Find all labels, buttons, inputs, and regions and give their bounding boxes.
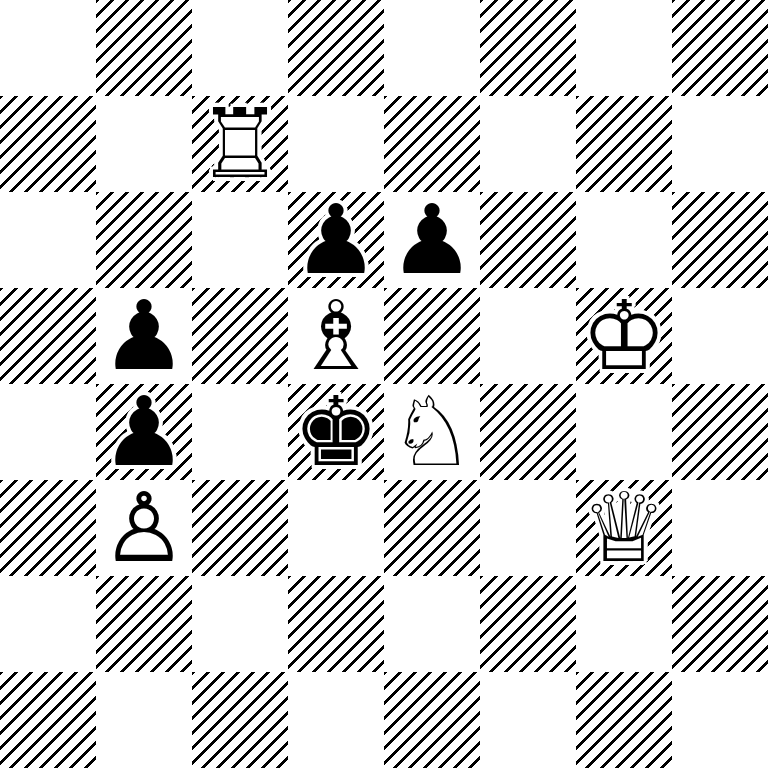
white-king[interactable]: ♔ [576,288,672,384]
white-knight[interactable]: ♘ [384,384,480,480]
square-b7[interactable] [96,96,192,192]
white-pawn[interactable]: ♙ [96,480,192,576]
square-e2[interactable] [384,576,480,672]
square-f8[interactable] [480,0,576,96]
square-h8[interactable] [672,0,768,96]
square-g8[interactable] [576,0,672,96]
square-d6[interactable]: ♟♟ [288,192,384,288]
square-b3[interactable]: ♟♙ [96,480,192,576]
square-e5[interactable] [384,288,480,384]
square-h2[interactable] [672,576,768,672]
square-a1[interactable] [0,672,96,768]
square-a8[interactable] [0,0,96,96]
square-g2[interactable] [576,576,672,672]
square-a5[interactable] [0,288,96,384]
black-pawn[interactable]: ♟ [384,192,480,288]
square-f3[interactable] [480,480,576,576]
square-b6[interactable] [96,192,192,288]
square-c2[interactable] [192,576,288,672]
square-d2[interactable] [288,576,384,672]
white-queen[interactable]: ♕ [576,480,672,576]
chess-diagram: ♜♖♟♟♟♟♟♟♝♗♚♔♟♟♚♚♞♘♟♙♛♕ [0,0,768,768]
square-d8[interactable] [288,0,384,96]
square-c8[interactable] [192,0,288,96]
square-a6[interactable] [0,192,96,288]
square-c4[interactable] [192,384,288,480]
black-pawn[interactable]: ♟ [96,384,192,480]
square-g1[interactable] [576,672,672,768]
square-e7[interactable] [384,96,480,192]
square-f4[interactable] [480,384,576,480]
square-b8[interactable] [96,0,192,96]
square-a2[interactable] [0,576,96,672]
square-d3[interactable] [288,480,384,576]
square-c3[interactable] [192,480,288,576]
square-h7[interactable] [672,96,768,192]
square-b5[interactable]: ♟♟ [96,288,192,384]
chess-board: ♜♖♟♟♟♟♟♟♝♗♚♔♟♟♚♚♞♘♟♙♛♕ [0,0,768,768]
square-h1[interactable] [672,672,768,768]
square-e4[interactable]: ♞♘ [384,384,480,480]
square-h4[interactable] [672,384,768,480]
black-pawn[interactable]: ♟ [96,288,192,384]
square-a3[interactable] [0,480,96,576]
square-b1[interactable] [96,672,192,768]
square-f5[interactable] [480,288,576,384]
square-f2[interactable] [480,576,576,672]
square-f1[interactable] [480,672,576,768]
square-c6[interactable] [192,192,288,288]
square-g6[interactable] [576,192,672,288]
square-f6[interactable] [480,192,576,288]
square-c1[interactable] [192,672,288,768]
square-h3[interactable] [672,480,768,576]
square-h5[interactable] [672,288,768,384]
square-e1[interactable] [384,672,480,768]
square-c7[interactable]: ♜♖ [192,96,288,192]
square-d7[interactable] [288,96,384,192]
square-d5[interactable]: ♝♗ [288,288,384,384]
square-h6[interactable] [672,192,768,288]
square-e8[interactable] [384,0,480,96]
square-b4[interactable]: ♟♟ [96,384,192,480]
square-d4[interactable]: ♚♚ [288,384,384,480]
black-king[interactable]: ♚ [288,384,384,480]
square-g5[interactable]: ♚♔ [576,288,672,384]
square-f7[interactable] [480,96,576,192]
square-g7[interactable] [576,96,672,192]
square-e6[interactable]: ♟♟ [384,192,480,288]
white-rook[interactable]: ♖ [192,96,288,192]
square-a7[interactable] [0,96,96,192]
square-g3[interactable]: ♛♕ [576,480,672,576]
square-c5[interactable] [192,288,288,384]
square-a4[interactable] [0,384,96,480]
square-g4[interactable] [576,384,672,480]
square-b2[interactable] [96,576,192,672]
black-pawn[interactable]: ♟ [288,192,384,288]
square-e3[interactable] [384,480,480,576]
white-bishop[interactable]: ♗ [288,288,384,384]
square-d1[interactable] [288,672,384,768]
